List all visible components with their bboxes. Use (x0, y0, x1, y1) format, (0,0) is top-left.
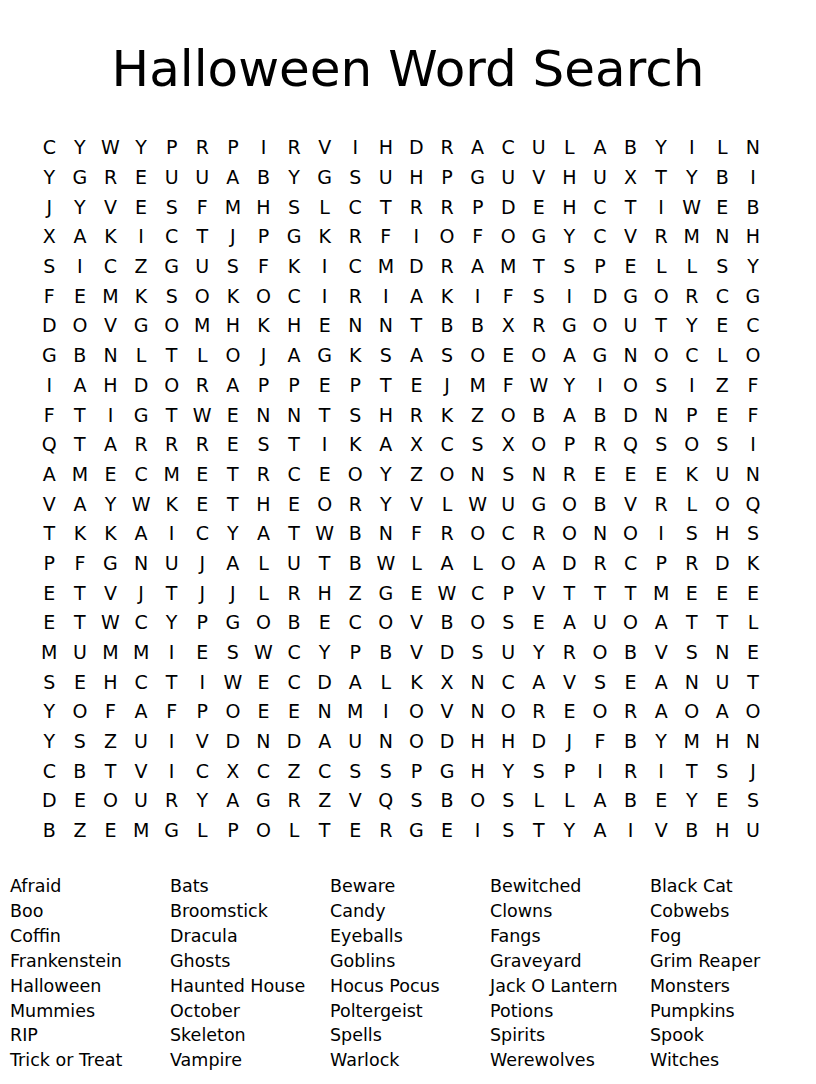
grid-cell-r21c1[interactable]: Y (34, 727, 65, 757)
grid-cell-r3c14[interactable]: R (432, 192, 463, 222)
grid-cell-r23c16[interactable]: S (493, 786, 524, 816)
grid-cell-r17c1[interactable]: E (34, 608, 65, 638)
grid-cell-r15c5[interactable]: U (156, 549, 187, 579)
grid-cell-r2c7[interactable]: A (218, 163, 249, 193)
grid-cell-r8c21[interactable]: O (646, 341, 677, 371)
grid-cell-r16c20[interactable]: T (615, 578, 646, 608)
grid-cell-r23c23[interactable]: E (707, 786, 738, 816)
grid-cell-r10c6[interactable]: W (187, 400, 218, 430)
grid-cell-r20c23[interactable]: A (707, 697, 738, 727)
grid-cell-r8c19[interactable]: G (585, 341, 616, 371)
grid-cell-r11c17[interactable]: O (524, 430, 555, 460)
grid-cell-r23c19[interactable]: A (585, 786, 616, 816)
grid-cell-r11c2[interactable]: T (65, 430, 96, 460)
grid-cell-r2c13[interactable]: H (401, 163, 432, 193)
grid-cell-r17c8[interactable]: O (248, 608, 279, 638)
grid-cell-r10c21[interactable]: N (646, 400, 677, 430)
grid-cell-r23c13[interactable]: S (401, 786, 432, 816)
grid-cell-r20c2[interactable]: O (65, 697, 96, 727)
grid-cell-r12c13[interactable]: Z (401, 460, 432, 490)
grid-cell-r10c3[interactable]: I (95, 400, 126, 430)
grid-cell-r15c22[interactable]: R (676, 549, 707, 579)
grid-cell-r4c13[interactable]: I (401, 222, 432, 252)
grid-cell-r13c16[interactable]: U (493, 489, 524, 519)
grid-cell-r13c5[interactable]: K (156, 489, 187, 519)
grid-cell-r6c7[interactable]: K (218, 281, 249, 311)
grid-cell-r8c12[interactable]: S (371, 341, 402, 371)
grid-cell-r22c13[interactable]: P (401, 756, 432, 786)
grid-cell-r19c2[interactable]: E (65, 667, 96, 697)
grid-cell-r17c9[interactable]: B (279, 608, 310, 638)
grid-cell-r18c16[interactable]: U (493, 638, 524, 668)
grid-cell-r12c16[interactable]: S (493, 460, 524, 490)
grid-cell-r24c19[interactable]: A (585, 816, 616, 846)
grid-cell-r16c5[interactable]: T (156, 578, 187, 608)
grid-cell-r22c21[interactable]: I (646, 756, 677, 786)
grid-cell-r8c13[interactable]: A (401, 341, 432, 371)
grid-cell-r2c9[interactable]: Y (279, 163, 310, 193)
grid-cell-r15c18[interactable]: D (554, 549, 585, 579)
grid-cell-r15c20[interactable]: C (615, 549, 646, 579)
grid-cell-r18c11[interactable]: P (340, 638, 371, 668)
grid-cell-r17c16[interactable]: S (493, 608, 524, 638)
grid-cell-r19c19[interactable]: S (585, 667, 616, 697)
grid-cell-r22c3[interactable]: T (95, 756, 126, 786)
grid-cell-r21c7[interactable]: D (218, 727, 249, 757)
grid-cell-r13c6[interactable]: E (187, 489, 218, 519)
grid-cell-r16c9[interactable]: R (279, 578, 310, 608)
grid-cell-r9c7[interactable]: A (218, 371, 249, 401)
grid-cell-r14c18[interactable]: O (554, 519, 585, 549)
grid-cell-r1c12[interactable]: H (371, 133, 402, 163)
grid-cell-r14c21[interactable]: I (646, 519, 677, 549)
grid-cell-r20c3[interactable]: F (95, 697, 126, 727)
grid-cell-r17c18[interactable]: A (554, 608, 585, 638)
grid-cell-r24c14[interactable]: E (432, 816, 463, 846)
grid-cell-r21c10[interactable]: A (309, 727, 340, 757)
grid-cell-r5c19[interactable]: P (585, 252, 616, 282)
grid-cell-r3c13[interactable]: R (401, 192, 432, 222)
grid-cell-r21c4[interactable]: U (126, 727, 157, 757)
grid-cell-r22c10[interactable]: C (309, 756, 340, 786)
grid-cell-r23c11[interactable]: V (340, 786, 371, 816)
grid-cell-r18c15[interactable]: S (462, 638, 493, 668)
grid-cell-r18c4[interactable]: M (126, 638, 157, 668)
grid-cell-r16c7[interactable]: J (218, 578, 249, 608)
grid-cell-r5c23[interactable]: S (707, 252, 738, 282)
grid-cell-r8c4[interactable]: L (126, 341, 157, 371)
grid-cell-r6c14[interactable]: K (432, 281, 463, 311)
grid-cell-r17c3[interactable]: W (95, 608, 126, 638)
grid-cell-r1c7[interactable]: P (218, 133, 249, 163)
grid-cell-r18c1[interactable]: M (34, 638, 65, 668)
grid-cell-r5c2[interactable]: I (65, 252, 96, 282)
grid-cell-r18c8[interactable]: W (248, 638, 279, 668)
grid-cell-r8c2[interactable]: B (65, 341, 96, 371)
grid-cell-r14c22[interactable]: S (676, 519, 707, 549)
grid-cell-r8c1[interactable]: G (34, 341, 65, 371)
grid-cell-r20c6[interactable]: P (187, 697, 218, 727)
grid-cell-r19c5[interactable]: T (156, 667, 187, 697)
grid-cell-r3c17[interactable]: E (524, 192, 555, 222)
grid-cell-r16c11[interactable]: Z (340, 578, 371, 608)
grid-cell-r22c7[interactable]: X (218, 756, 249, 786)
grid-cell-r22c6[interactable]: C (187, 756, 218, 786)
grid-cell-r13c11[interactable]: R (340, 489, 371, 519)
grid-cell-r22c17[interactable]: S (524, 756, 555, 786)
grid-cell-r20c22[interactable]: O (676, 697, 707, 727)
grid-cell-r3c3[interactable]: V (95, 192, 126, 222)
grid-cell-r3c21[interactable]: I (646, 192, 677, 222)
grid-cell-r14c1[interactable]: T (34, 519, 65, 549)
grid-cell-r11c13[interactable]: X (401, 430, 432, 460)
grid-cell-r24c7[interactable]: P (218, 816, 249, 846)
grid-cell-r1c16[interactable]: C (493, 133, 524, 163)
grid-cell-r7c2[interactable]: O (65, 311, 96, 341)
grid-cell-r3c7[interactable]: M (218, 192, 249, 222)
grid-cell-r21c3[interactable]: Z (95, 727, 126, 757)
grid-cell-r6c13[interactable]: A (401, 281, 432, 311)
grid-cell-r22c22[interactable]: T (676, 756, 707, 786)
grid-cell-r24c6[interactable]: L (187, 816, 218, 846)
grid-cell-r24c4[interactable]: M (126, 816, 157, 846)
grid-cell-r10c5[interactable]: T (156, 400, 187, 430)
grid-cell-r14c12[interactable]: N (371, 519, 402, 549)
grid-cell-r19c9[interactable]: C (279, 667, 310, 697)
grid-cell-r22c9[interactable]: Z (279, 756, 310, 786)
grid-cell-r4c14[interactable]: O (432, 222, 463, 252)
grid-cell-r8c17[interactable]: O (524, 341, 555, 371)
grid-cell-r20c13[interactable]: O (401, 697, 432, 727)
grid-cell-r15c4[interactable]: N (126, 549, 157, 579)
grid-cell-r9c2[interactable]: A (65, 371, 96, 401)
grid-cell-r10c1[interactable]: F (34, 400, 65, 430)
grid-cell-r16c13[interactable]: E (401, 578, 432, 608)
grid-cell-r4c11[interactable]: R (340, 222, 371, 252)
grid-cell-r17c13[interactable]: V (401, 608, 432, 638)
grid-cell-r23c18[interactable]: L (554, 786, 585, 816)
grid-cell-r2c24[interactable]: I (738, 163, 769, 193)
grid-cell-r3c2[interactable]: Y (65, 192, 96, 222)
grid-cell-r3c8[interactable]: H (248, 192, 279, 222)
grid-cell-r2c3[interactable]: R (95, 163, 126, 193)
grid-cell-r2c16[interactable]: U (493, 163, 524, 193)
grid-cell-r17c6[interactable]: P (187, 608, 218, 638)
grid-cell-r4c20[interactable]: V (615, 222, 646, 252)
grid-cell-r16c2[interactable]: T (65, 578, 96, 608)
grid-cell-r5c22[interactable]: L (676, 252, 707, 282)
grid-cell-r24c23[interactable]: H (707, 816, 738, 846)
grid-cell-r23c8[interactable]: G (248, 786, 279, 816)
grid-cell-r1c15[interactable]: A (462, 133, 493, 163)
grid-cell-r22c20[interactable]: R (615, 756, 646, 786)
grid-cell-r7c17[interactable]: R (524, 311, 555, 341)
grid-cell-r13c19[interactable]: B (585, 489, 616, 519)
grid-cell-r4c12[interactable]: F (371, 222, 402, 252)
grid-cell-r18c24[interactable]: E (738, 638, 769, 668)
grid-cell-r12c2[interactable]: M (65, 460, 96, 490)
grid-cell-r15c11[interactable]: B (340, 549, 371, 579)
grid-cell-r1c23[interactable]: L (707, 133, 738, 163)
grid-cell-r11c3[interactable]: A (95, 430, 126, 460)
grid-cell-r12c23[interactable]: U (707, 460, 738, 490)
grid-cell-r4c17[interactable]: G (524, 222, 555, 252)
grid-cell-r6c15[interactable]: I (462, 281, 493, 311)
grid-cell-r14c7[interactable]: Y (218, 519, 249, 549)
grid-cell-r12c9[interactable]: C (279, 460, 310, 490)
grid-cell-r8c5[interactable]: T (156, 341, 187, 371)
grid-cell-r17c10[interactable]: E (309, 608, 340, 638)
grid-cell-r12c17[interactable]: N (524, 460, 555, 490)
grid-cell-r8c8[interactable]: J (248, 341, 279, 371)
grid-cell-r6c16[interactable]: F (493, 281, 524, 311)
grid-cell-r14c15[interactable]: O (462, 519, 493, 549)
grid-cell-r4c21[interactable]: R (646, 222, 677, 252)
grid-cell-r4c19[interactable]: C (585, 222, 616, 252)
grid-cell-r3c9[interactable]: S (279, 192, 310, 222)
grid-cell-r22c24[interactable]: J (738, 756, 769, 786)
grid-cell-r13c10[interactable]: O (309, 489, 340, 519)
grid-cell-r10c13[interactable]: R (401, 400, 432, 430)
grid-cell-r17c15[interactable]: O (462, 608, 493, 638)
grid-cell-r13c21[interactable]: R (646, 489, 677, 519)
grid-cell-r9c15[interactable]: M (462, 371, 493, 401)
grid-cell-r8c22[interactable]: C (676, 341, 707, 371)
grid-cell-r4c24[interactable]: H (738, 222, 769, 252)
grid-cell-r24c21[interactable]: V (646, 816, 677, 846)
grid-cell-r5c6[interactable]: U (187, 252, 218, 282)
grid-cell-r24c3[interactable]: E (95, 816, 126, 846)
grid-cell-r8c23[interactable]: L (707, 341, 738, 371)
grid-cell-r10c4[interactable]: G (126, 400, 157, 430)
grid-cell-r23c14[interactable]: B (432, 786, 463, 816)
grid-cell-r22c12[interactable]: S (371, 756, 402, 786)
grid-cell-r9c9[interactable]: P (279, 371, 310, 401)
grid-cell-r4c3[interactable]: K (95, 222, 126, 252)
grid-cell-r5c7[interactable]: S (218, 252, 249, 282)
grid-cell-r6c12[interactable]: I (371, 281, 402, 311)
grid-cell-r10c8[interactable]: N (248, 400, 279, 430)
grid-cell-r20c5[interactable]: F (156, 697, 187, 727)
grid-cell-r12c10[interactable]: E (309, 460, 340, 490)
grid-cell-r24c1[interactable]: B (34, 816, 65, 846)
grid-cell-r9c23[interactable]: Z (707, 371, 738, 401)
grid-cell-r20c12[interactable]: I (371, 697, 402, 727)
grid-cell-r10c19[interactable]: B (585, 400, 616, 430)
grid-cell-r15c10[interactable]: T (309, 549, 340, 579)
grid-cell-r19c22[interactable]: N (676, 667, 707, 697)
grid-cell-r3c24[interactable]: B (738, 192, 769, 222)
grid-cell-r20c14[interactable]: V (432, 697, 463, 727)
grid-cell-r10c11[interactable]: S (340, 400, 371, 430)
grid-cell-r14c6[interactable]: C (187, 519, 218, 549)
grid-cell-r20c16[interactable]: O (493, 697, 524, 727)
grid-cell-r20c11[interactable]: M (340, 697, 371, 727)
grid-cell-r13c3[interactable]: Y (95, 489, 126, 519)
grid-cell-r9c10[interactable]: E (309, 371, 340, 401)
grid-cell-r9c22[interactable]: I (676, 371, 707, 401)
grid-cell-r22c19[interactable]: I (585, 756, 616, 786)
grid-cell-r24c5[interactable]: G (156, 816, 187, 846)
grid-cell-r24c20[interactable]: I (615, 816, 646, 846)
grid-cell-r24c16[interactable]: S (493, 816, 524, 846)
grid-cell-r17c12[interactable]: O (371, 608, 402, 638)
grid-cell-r18c12[interactable]: B (371, 638, 402, 668)
grid-cell-r9c14[interactable]: J (432, 371, 463, 401)
grid-cell-r8c6[interactable]: L (187, 341, 218, 371)
grid-cell-r6c9[interactable]: C (279, 281, 310, 311)
grid-cell-r21c5[interactable]: I (156, 727, 187, 757)
grid-cell-r7c15[interactable]: B (462, 311, 493, 341)
grid-cell-r2c8[interactable]: B (248, 163, 279, 193)
grid-cell-r6c21[interactable]: O (646, 281, 677, 311)
grid-cell-r4c4[interactable]: I (126, 222, 157, 252)
grid-cell-r5c9[interactable]: K (279, 252, 310, 282)
grid-cell-r4c5[interactable]: C (156, 222, 187, 252)
grid-cell-r12c15[interactable]: N (462, 460, 493, 490)
grid-cell-r11c14[interactable]: C (432, 430, 463, 460)
grid-cell-r24c12[interactable]: R (371, 816, 402, 846)
grid-cell-r12c21[interactable]: E (646, 460, 677, 490)
grid-cell-r23c2[interactable]: E (65, 786, 96, 816)
grid-cell-r3c16[interactable]: D (493, 192, 524, 222)
grid-cell-r2c14[interactable]: P (432, 163, 463, 193)
grid-cell-r2c11[interactable]: S (340, 163, 371, 193)
grid-cell-r18c20[interactable]: B (615, 638, 646, 668)
grid-cell-r18c2[interactable]: U (65, 638, 96, 668)
grid-cell-r12c3[interactable]: E (95, 460, 126, 490)
grid-cell-r9c1[interactable]: I (34, 371, 65, 401)
grid-cell-r21c11[interactable]: U (340, 727, 371, 757)
grid-cell-r1c4[interactable]: Y (126, 133, 157, 163)
grid-cell-r22c2[interactable]: B (65, 756, 96, 786)
grid-cell-r8c3[interactable]: N (95, 341, 126, 371)
grid-cell-r8c24[interactable]: O (738, 341, 769, 371)
grid-cell-r12c12[interactable]: Y (371, 460, 402, 490)
grid-cell-r19c24[interactable]: T (738, 667, 769, 697)
grid-cell-r6c18[interactable]: I (554, 281, 585, 311)
grid-cell-r18c22[interactable]: S (676, 638, 707, 668)
grid-cell-r18c3[interactable]: M (95, 638, 126, 668)
grid-cell-r11c4[interactable]: R (126, 430, 157, 460)
grid-cell-r3c15[interactable]: P (462, 192, 493, 222)
grid-cell-r3c6[interactable]: F (187, 192, 218, 222)
grid-cell-r1c14[interactable]: R (432, 133, 463, 163)
grid-cell-r1c17[interactable]: U (524, 133, 555, 163)
grid-cell-r16c4[interactable]: J (126, 578, 157, 608)
grid-cell-r19c12[interactable]: L (371, 667, 402, 697)
grid-cell-r7c1[interactable]: D (34, 311, 65, 341)
grid-cell-r23c15[interactable]: O (462, 786, 493, 816)
grid-cell-r23c24[interactable]: S (738, 786, 769, 816)
grid-cell-r10c14[interactable]: K (432, 400, 463, 430)
grid-cell-r21c21[interactable]: Y (646, 727, 677, 757)
grid-cell-r17c5[interactable]: Y (156, 608, 187, 638)
grid-cell-r14c3[interactable]: K (95, 519, 126, 549)
grid-cell-r16c18[interactable]: T (554, 578, 585, 608)
grid-cell-r10c24[interactable]: F (738, 400, 769, 430)
grid-cell-r2c2[interactable]: G (65, 163, 96, 193)
grid-cell-r12c1[interactable]: A (34, 460, 65, 490)
grid-cell-r1c24[interactable]: N (738, 133, 769, 163)
grid-cell-r7c24[interactable]: C (738, 311, 769, 341)
grid-cell-r23c6[interactable]: Y (187, 786, 218, 816)
grid-cell-r6c22[interactable]: R (676, 281, 707, 311)
grid-cell-r24c9[interactable]: L (279, 816, 310, 846)
grid-cell-r5c8[interactable]: F (248, 252, 279, 282)
grid-cell-r1c2[interactable]: Y (65, 133, 96, 163)
grid-cell-r14c20[interactable]: O (615, 519, 646, 549)
grid-cell-r6c19[interactable]: D (585, 281, 616, 311)
grid-cell-r2c22[interactable]: Y (676, 163, 707, 193)
grid-cell-r22c1[interactable]: C (34, 756, 65, 786)
grid-cell-r22c5[interactable]: I (156, 756, 187, 786)
grid-cell-r9c18[interactable]: Y (554, 371, 585, 401)
grid-cell-r1c20[interactable]: B (615, 133, 646, 163)
grid-cell-r23c1[interactable]: D (34, 786, 65, 816)
grid-cell-r11c20[interactable]: Q (615, 430, 646, 460)
grid-cell-r1c8[interactable]: I (248, 133, 279, 163)
grid-cell-r5c14[interactable]: R (432, 252, 463, 282)
grid-cell-r6c3[interactable]: M (95, 281, 126, 311)
grid-cell-r4c2[interactable]: A (65, 222, 96, 252)
grid-cell-r5c4[interactable]: Z (126, 252, 157, 282)
grid-cell-r3c5[interactable]: S (156, 192, 187, 222)
grid-cell-r23c21[interactable]: E (646, 786, 677, 816)
grid-cell-r23c17[interactable]: L (524, 786, 555, 816)
grid-cell-r17c20[interactable]: O (615, 608, 646, 638)
grid-cell-r11c8[interactable]: S (248, 430, 279, 460)
grid-cell-r16c23[interactable]: E (707, 578, 738, 608)
grid-cell-r22c11[interactable]: S (340, 756, 371, 786)
grid-cell-r4c6[interactable]: T (187, 222, 218, 252)
grid-cell-r15c12[interactable]: W (371, 549, 402, 579)
grid-cell-r14c16[interactable]: C (493, 519, 524, 549)
grid-cell-r10c23[interactable]: E (707, 400, 738, 430)
grid-cell-r17c17[interactable]: E (524, 608, 555, 638)
grid-cell-r19c11[interactable]: A (340, 667, 371, 697)
grid-cell-r15c17[interactable]: A (524, 549, 555, 579)
grid-cell-r16c17[interactable]: V (524, 578, 555, 608)
grid-cell-r3c4[interactable]: E (126, 192, 157, 222)
grid-cell-r20c9[interactable]: E (279, 697, 310, 727)
grid-cell-r1c13[interactable]: D (401, 133, 432, 163)
grid-cell-r6c20[interactable]: G (615, 281, 646, 311)
grid-cell-r12c18[interactable]: R (554, 460, 585, 490)
grid-cell-r7c18[interactable]: G (554, 311, 585, 341)
grid-cell-r14c5[interactable]: I (156, 519, 187, 549)
grid-cell-r17c21[interactable]: A (646, 608, 677, 638)
grid-cell-r11c22[interactable]: O (676, 430, 707, 460)
grid-cell-r13c4[interactable]: W (126, 489, 157, 519)
grid-cell-r24c10[interactable]: T (309, 816, 340, 846)
grid-cell-r13c14[interactable]: L (432, 489, 463, 519)
grid-cell-r8c15[interactable]: O (462, 341, 493, 371)
grid-cell-r14c17[interactable]: R (524, 519, 555, 549)
grid-cell-r18c10[interactable]: Y (309, 638, 340, 668)
grid-cell-r14c11[interactable]: B (340, 519, 371, 549)
grid-cell-r5c3[interactable]: C (95, 252, 126, 282)
grid-cell-r9c24[interactable]: F (738, 371, 769, 401)
grid-cell-r4c9[interactable]: G (279, 222, 310, 252)
grid-cell-r12c22[interactable]: K (676, 460, 707, 490)
grid-cell-r7c10[interactable]: E (309, 311, 340, 341)
grid-cell-r21c9[interactable]: D (279, 727, 310, 757)
grid-cell-r19c6[interactable]: I (187, 667, 218, 697)
grid-cell-r16c14[interactable]: W (432, 578, 463, 608)
grid-cell-r16c10[interactable]: H (309, 578, 340, 608)
grid-cell-r22c4[interactable]: V (126, 756, 157, 786)
